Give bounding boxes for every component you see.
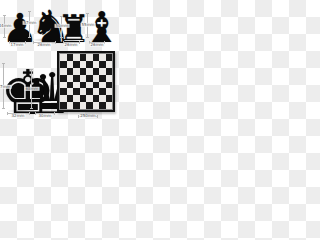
pawn-height-label: 44mm (0, 24, 12, 28)
board-square (106, 88, 113, 95)
king-height-label: 77mm (0, 85, 11, 89)
rook-height-label: 50mm (55, 24, 70, 28)
board-square (106, 75, 113, 82)
board-square (106, 102, 113, 109)
knight-base-label: 26mm (37, 43, 52, 47)
king-base-label: 32mm (11, 114, 26, 118)
chessboard (57, 51, 115, 112)
board-grid (59, 53, 113, 110)
queen-height-label: 68mm (25, 87, 40, 91)
board-square (106, 54, 113, 61)
bishop-base-label: 26mm (90, 43, 105, 47)
pawn-base-label: 17mm (10, 43, 25, 47)
rook-base-label: 26mm (64, 43, 79, 47)
queen-base-label: 30mm (38, 114, 53, 118)
board-square (106, 61, 113, 68)
board-size-label: 250mm (79, 114, 96, 118)
board-square (106, 95, 113, 102)
board-square (106, 82, 113, 89)
knight-height-label: 57mm (23, 21, 38, 25)
board-square (106, 68, 113, 75)
chess-set-product-image: ♟ ♞ ♜ ♝ ♚ ♛ 44mm 57mm 50mm 55mm 77mm 68m… (0, 0, 120, 120)
bishop-height-label: 55mm (81, 23, 96, 27)
